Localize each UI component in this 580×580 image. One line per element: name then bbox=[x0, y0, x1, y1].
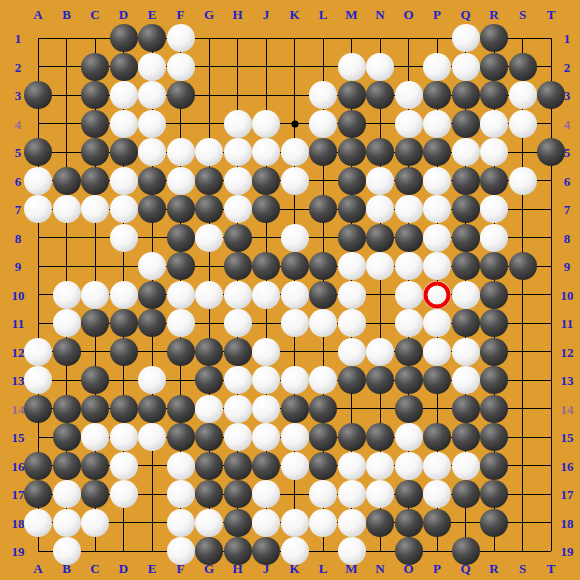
intersection-F13[interactable] bbox=[166, 366, 195, 395]
intersection-Q9[interactable] bbox=[451, 252, 480, 281]
intersection-F6[interactable] bbox=[166, 166, 195, 195]
intersection-J2[interactable] bbox=[252, 52, 281, 81]
intersection-P1[interactable] bbox=[423, 24, 452, 53]
intersection-F9[interactable] bbox=[166, 252, 195, 281]
intersection-L13[interactable] bbox=[309, 366, 338, 395]
intersection-R16[interactable] bbox=[480, 451, 509, 480]
intersection-M1[interactable] bbox=[337, 24, 366, 53]
intersection-Q6[interactable] bbox=[451, 166, 480, 195]
intersection-C8[interactable] bbox=[81, 223, 110, 252]
intersection-J9[interactable] bbox=[252, 252, 281, 281]
intersection-G11[interactable] bbox=[195, 309, 224, 338]
intersection-Q15[interactable] bbox=[451, 423, 480, 452]
intersection-H2[interactable] bbox=[223, 52, 252, 81]
intersection-T19[interactable] bbox=[537, 537, 566, 566]
intersection-A17[interactable] bbox=[24, 480, 53, 509]
intersection-N8[interactable] bbox=[366, 223, 395, 252]
intersection-M15[interactable] bbox=[337, 423, 366, 452]
intersection-L2[interactable] bbox=[309, 52, 338, 81]
intersection-L7[interactable] bbox=[309, 195, 338, 224]
intersection-T9[interactable] bbox=[537, 252, 566, 281]
intersection-K5[interactable] bbox=[280, 138, 309, 167]
intersection-O19[interactable] bbox=[394, 537, 423, 566]
intersection-Q8[interactable] bbox=[451, 223, 480, 252]
intersection-A6[interactable] bbox=[24, 166, 53, 195]
intersection-R3[interactable] bbox=[480, 81, 509, 110]
intersection-K4[interactable] bbox=[280, 109, 309, 138]
intersection-G19[interactable] bbox=[195, 537, 224, 566]
intersection-P7[interactable] bbox=[423, 195, 452, 224]
intersection-K10[interactable] bbox=[280, 280, 309, 309]
intersection-B5[interactable] bbox=[52, 138, 81, 167]
intersection-H3[interactable] bbox=[223, 81, 252, 110]
intersection-F14[interactable] bbox=[166, 394, 195, 423]
intersection-E7[interactable] bbox=[138, 195, 167, 224]
intersection-L4[interactable] bbox=[309, 109, 338, 138]
intersection-E4[interactable] bbox=[138, 109, 167, 138]
intersection-F2[interactable] bbox=[166, 52, 195, 81]
intersection-O17[interactable] bbox=[394, 480, 423, 509]
intersection-T17[interactable] bbox=[537, 480, 566, 509]
intersection-G10[interactable] bbox=[195, 280, 224, 309]
intersection-O6[interactable] bbox=[394, 166, 423, 195]
intersection-T18[interactable] bbox=[537, 508, 566, 537]
intersection-S15[interactable] bbox=[508, 423, 537, 452]
intersection-K2[interactable] bbox=[280, 52, 309, 81]
intersection-M19[interactable] bbox=[337, 537, 366, 566]
intersection-G4[interactable] bbox=[195, 109, 224, 138]
intersection-B11[interactable] bbox=[52, 309, 81, 338]
intersection-H8[interactable] bbox=[223, 223, 252, 252]
intersection-F11[interactable] bbox=[166, 309, 195, 338]
intersection-Q14[interactable] bbox=[451, 394, 480, 423]
intersection-O18[interactable] bbox=[394, 508, 423, 537]
intersection-M6[interactable] bbox=[337, 166, 366, 195]
intersection-A16[interactable] bbox=[24, 451, 53, 480]
intersection-S14[interactable] bbox=[508, 394, 537, 423]
intersection-B17[interactable] bbox=[52, 480, 81, 509]
intersection-N5[interactable] bbox=[366, 138, 395, 167]
intersection-S19[interactable] bbox=[508, 537, 537, 566]
intersection-R18[interactable] bbox=[480, 508, 509, 537]
intersection-B15[interactable] bbox=[52, 423, 81, 452]
intersection-P10[interactable] bbox=[423, 280, 452, 309]
intersection-J10[interactable] bbox=[252, 280, 281, 309]
intersection-A7[interactable] bbox=[24, 195, 53, 224]
intersection-L11[interactable] bbox=[309, 309, 338, 338]
intersection-M7[interactable] bbox=[337, 195, 366, 224]
intersection-F19[interactable] bbox=[166, 537, 195, 566]
intersection-N11[interactable] bbox=[366, 309, 395, 338]
intersection-S9[interactable] bbox=[508, 252, 537, 281]
intersection-S16[interactable] bbox=[508, 451, 537, 480]
intersection-D11[interactable] bbox=[109, 309, 138, 338]
intersection-H19[interactable] bbox=[223, 537, 252, 566]
intersection-C13[interactable] bbox=[81, 366, 110, 395]
intersection-B18[interactable] bbox=[52, 508, 81, 537]
intersection-J15[interactable] bbox=[252, 423, 281, 452]
intersection-C4[interactable] bbox=[81, 109, 110, 138]
intersection-T5[interactable] bbox=[537, 138, 566, 167]
intersection-T2[interactable] bbox=[537, 52, 566, 81]
intersection-S12[interactable] bbox=[508, 337, 537, 366]
intersection-G2[interactable] bbox=[195, 52, 224, 81]
intersection-N12[interactable] bbox=[366, 337, 395, 366]
intersection-E18[interactable] bbox=[138, 508, 167, 537]
intersection-E2[interactable] bbox=[138, 52, 167, 81]
intersection-J19[interactable] bbox=[252, 537, 281, 566]
intersection-D5[interactable] bbox=[109, 138, 138, 167]
intersection-C15[interactable] bbox=[81, 423, 110, 452]
intersection-D18[interactable] bbox=[109, 508, 138, 537]
intersection-K11[interactable] bbox=[280, 309, 309, 338]
intersection-H1[interactable] bbox=[223, 24, 252, 53]
intersection-A19[interactable] bbox=[24, 537, 53, 566]
intersection-K13[interactable] bbox=[280, 366, 309, 395]
intersection-N2[interactable] bbox=[366, 52, 395, 81]
intersection-H14[interactable] bbox=[223, 394, 252, 423]
intersection-M4[interactable] bbox=[337, 109, 366, 138]
intersection-F17[interactable] bbox=[166, 480, 195, 509]
intersection-M2[interactable] bbox=[337, 52, 366, 81]
intersection-S6[interactable] bbox=[508, 166, 537, 195]
intersection-D17[interactable] bbox=[109, 480, 138, 509]
intersection-F4[interactable] bbox=[166, 109, 195, 138]
intersection-R17[interactable] bbox=[480, 480, 509, 509]
intersection-R1[interactable] bbox=[480, 24, 509, 53]
intersection-Q16[interactable] bbox=[451, 451, 480, 480]
intersection-O16[interactable] bbox=[394, 451, 423, 480]
intersection-R13[interactable] bbox=[480, 366, 509, 395]
intersection-L6[interactable] bbox=[309, 166, 338, 195]
intersection-R11[interactable] bbox=[480, 309, 509, 338]
intersection-T16[interactable] bbox=[537, 451, 566, 480]
intersection-B1[interactable] bbox=[52, 24, 81, 53]
intersection-R2[interactable] bbox=[480, 52, 509, 81]
intersection-K15[interactable] bbox=[280, 423, 309, 452]
intersection-F16[interactable] bbox=[166, 451, 195, 480]
intersection-B10[interactable] bbox=[52, 280, 81, 309]
intersection-B4[interactable] bbox=[52, 109, 81, 138]
intersection-T6[interactable] bbox=[537, 166, 566, 195]
intersection-A3[interactable] bbox=[24, 81, 53, 110]
intersection-L5[interactable] bbox=[309, 138, 338, 167]
intersection-O9[interactable] bbox=[394, 252, 423, 281]
intersection-C9[interactable] bbox=[81, 252, 110, 281]
intersection-F7[interactable] bbox=[166, 195, 195, 224]
intersection-C7[interactable] bbox=[81, 195, 110, 224]
intersection-D19[interactable] bbox=[109, 537, 138, 566]
intersection-D16[interactable] bbox=[109, 451, 138, 480]
intersection-P11[interactable] bbox=[423, 309, 452, 338]
intersection-Q11[interactable] bbox=[451, 309, 480, 338]
intersection-O14[interactable] bbox=[394, 394, 423, 423]
intersection-P9[interactable] bbox=[423, 252, 452, 281]
intersection-F12[interactable] bbox=[166, 337, 195, 366]
intersection-C3[interactable] bbox=[81, 81, 110, 110]
intersection-Q4[interactable] bbox=[451, 109, 480, 138]
intersection-S17[interactable] bbox=[508, 480, 537, 509]
intersection-P5[interactable] bbox=[423, 138, 452, 167]
intersection-T10[interactable] bbox=[537, 280, 566, 309]
intersection-R4[interactable] bbox=[480, 109, 509, 138]
intersection-T7[interactable] bbox=[537, 195, 566, 224]
intersection-E10[interactable] bbox=[138, 280, 167, 309]
intersection-J6[interactable] bbox=[252, 166, 281, 195]
intersection-Q19[interactable] bbox=[451, 537, 480, 566]
intersection-Q5[interactable] bbox=[451, 138, 480, 167]
intersection-F5[interactable] bbox=[166, 138, 195, 167]
intersection-R7[interactable] bbox=[480, 195, 509, 224]
intersection-B13[interactable] bbox=[52, 366, 81, 395]
intersection-P19[interactable] bbox=[423, 537, 452, 566]
intersection-C5[interactable] bbox=[81, 138, 110, 167]
intersection-A11[interactable] bbox=[24, 309, 53, 338]
intersection-B16[interactable] bbox=[52, 451, 81, 480]
intersection-D13[interactable] bbox=[109, 366, 138, 395]
intersection-H17[interactable] bbox=[223, 480, 252, 509]
intersection-M12[interactable] bbox=[337, 337, 366, 366]
intersection-H13[interactable] bbox=[223, 366, 252, 395]
intersection-R12[interactable] bbox=[480, 337, 509, 366]
intersection-M9[interactable] bbox=[337, 252, 366, 281]
intersection-N18[interactable] bbox=[366, 508, 395, 537]
intersection-P12[interactable] bbox=[423, 337, 452, 366]
intersection-C19[interactable] bbox=[81, 537, 110, 566]
intersection-K19[interactable] bbox=[280, 537, 309, 566]
intersection-S13[interactable] bbox=[508, 366, 537, 395]
intersection-F1[interactable] bbox=[166, 24, 195, 53]
intersection-G17[interactable] bbox=[195, 480, 224, 509]
intersection-A8[interactable] bbox=[24, 223, 53, 252]
intersection-J18[interactable] bbox=[252, 508, 281, 537]
intersection-F8[interactable] bbox=[166, 223, 195, 252]
intersection-L19[interactable] bbox=[309, 537, 338, 566]
intersection-C18[interactable] bbox=[81, 508, 110, 537]
intersection-A5[interactable] bbox=[24, 138, 53, 167]
intersection-S8[interactable] bbox=[508, 223, 537, 252]
intersection-N16[interactable] bbox=[366, 451, 395, 480]
intersection-K6[interactable] bbox=[280, 166, 309, 195]
intersection-P6[interactable] bbox=[423, 166, 452, 195]
intersection-L8[interactable] bbox=[309, 223, 338, 252]
intersection-T14[interactable] bbox=[537, 394, 566, 423]
intersection-B2[interactable] bbox=[52, 52, 81, 81]
intersection-D14[interactable] bbox=[109, 394, 138, 423]
intersection-O2[interactable] bbox=[394, 52, 423, 81]
intersection-A18[interactable] bbox=[24, 508, 53, 537]
intersection-P8[interactable] bbox=[423, 223, 452, 252]
intersection-H5[interactable] bbox=[223, 138, 252, 167]
intersection-P2[interactable] bbox=[423, 52, 452, 81]
intersection-M10[interactable] bbox=[337, 280, 366, 309]
intersection-T15[interactable] bbox=[537, 423, 566, 452]
intersection-S3[interactable] bbox=[508, 81, 537, 110]
intersection-B6[interactable] bbox=[52, 166, 81, 195]
intersection-D8[interactable] bbox=[109, 223, 138, 252]
intersection-B12[interactable] bbox=[52, 337, 81, 366]
intersection-B3[interactable] bbox=[52, 81, 81, 110]
intersection-H11[interactable] bbox=[223, 309, 252, 338]
intersection-O8[interactable] bbox=[394, 223, 423, 252]
intersection-O3[interactable] bbox=[394, 81, 423, 110]
intersection-D7[interactable] bbox=[109, 195, 138, 224]
intersection-S11[interactable] bbox=[508, 309, 537, 338]
intersection-A9[interactable] bbox=[24, 252, 53, 281]
intersection-S7[interactable] bbox=[508, 195, 537, 224]
intersection-E12[interactable] bbox=[138, 337, 167, 366]
intersection-Q12[interactable] bbox=[451, 337, 480, 366]
intersection-J12[interactable] bbox=[252, 337, 281, 366]
intersection-D15[interactable] bbox=[109, 423, 138, 452]
intersection-L1[interactable] bbox=[309, 24, 338, 53]
intersection-K8[interactable] bbox=[280, 223, 309, 252]
intersection-A12[interactable] bbox=[24, 337, 53, 366]
intersection-C16[interactable] bbox=[81, 451, 110, 480]
intersection-N1[interactable] bbox=[366, 24, 395, 53]
intersection-J7[interactable] bbox=[252, 195, 281, 224]
intersection-H15[interactable] bbox=[223, 423, 252, 452]
intersection-H9[interactable] bbox=[223, 252, 252, 281]
intersection-P17[interactable] bbox=[423, 480, 452, 509]
intersection-T11[interactable] bbox=[537, 309, 566, 338]
intersection-J17[interactable] bbox=[252, 480, 281, 509]
intersection-H18[interactable] bbox=[223, 508, 252, 537]
intersection-T13[interactable] bbox=[537, 366, 566, 395]
intersection-S5[interactable] bbox=[508, 138, 537, 167]
intersection-C12[interactable] bbox=[81, 337, 110, 366]
intersection-M8[interactable] bbox=[337, 223, 366, 252]
intersection-D12[interactable] bbox=[109, 337, 138, 366]
intersection-K9[interactable] bbox=[280, 252, 309, 281]
intersection-A2[interactable] bbox=[24, 52, 53, 81]
intersection-E3[interactable] bbox=[138, 81, 167, 110]
intersection-O1[interactable] bbox=[394, 24, 423, 53]
intersection-A1[interactable] bbox=[24, 24, 53, 53]
intersection-M17[interactable] bbox=[337, 480, 366, 509]
intersection-Q17[interactable] bbox=[451, 480, 480, 509]
intersection-K3[interactable] bbox=[280, 81, 309, 110]
intersection-Q18[interactable] bbox=[451, 508, 480, 537]
intersection-R19[interactable] bbox=[480, 537, 509, 566]
intersection-J3[interactable] bbox=[252, 81, 281, 110]
intersection-H16[interactable] bbox=[223, 451, 252, 480]
intersection-P13[interactable] bbox=[423, 366, 452, 395]
intersection-F3[interactable] bbox=[166, 81, 195, 110]
intersection-L16[interactable] bbox=[309, 451, 338, 480]
intersection-J8[interactable] bbox=[252, 223, 281, 252]
intersection-E14[interactable] bbox=[138, 394, 167, 423]
intersection-J13[interactable] bbox=[252, 366, 281, 395]
intersection-G16[interactable] bbox=[195, 451, 224, 480]
intersection-R9[interactable] bbox=[480, 252, 509, 281]
intersection-E5[interactable] bbox=[138, 138, 167, 167]
intersection-A13[interactable] bbox=[24, 366, 53, 395]
intersection-E8[interactable] bbox=[138, 223, 167, 252]
intersection-D3[interactable] bbox=[109, 81, 138, 110]
intersection-R10[interactable] bbox=[480, 280, 509, 309]
intersection-L15[interactable] bbox=[309, 423, 338, 452]
intersection-D4[interactable] bbox=[109, 109, 138, 138]
intersection-B19[interactable] bbox=[52, 537, 81, 566]
intersection-G13[interactable] bbox=[195, 366, 224, 395]
intersection-H6[interactable] bbox=[223, 166, 252, 195]
intersection-D10[interactable] bbox=[109, 280, 138, 309]
intersection-C6[interactable] bbox=[81, 166, 110, 195]
intersection-J11[interactable] bbox=[252, 309, 281, 338]
intersection-D1[interactable] bbox=[109, 24, 138, 53]
intersection-N10[interactable] bbox=[366, 280, 395, 309]
intersection-G5[interactable] bbox=[195, 138, 224, 167]
intersection-E15[interactable] bbox=[138, 423, 167, 452]
intersection-C2[interactable] bbox=[81, 52, 110, 81]
intersection-O15[interactable] bbox=[394, 423, 423, 452]
intersection-D2[interactable] bbox=[109, 52, 138, 81]
intersection-A4[interactable] bbox=[24, 109, 53, 138]
intersection-S1[interactable] bbox=[508, 24, 537, 53]
intersection-N7[interactable] bbox=[366, 195, 395, 224]
intersection-A15[interactable] bbox=[24, 423, 53, 452]
intersection-T4[interactable] bbox=[537, 109, 566, 138]
intersection-B9[interactable] bbox=[52, 252, 81, 281]
intersection-K7[interactable] bbox=[280, 195, 309, 224]
intersection-Q3[interactable] bbox=[451, 81, 480, 110]
intersection-K16[interactable] bbox=[280, 451, 309, 480]
intersection-E9[interactable] bbox=[138, 252, 167, 281]
intersection-G1[interactable] bbox=[195, 24, 224, 53]
intersection-T12[interactable] bbox=[537, 337, 566, 366]
intersection-O5[interactable] bbox=[394, 138, 423, 167]
intersection-A14[interactable] bbox=[24, 394, 53, 423]
intersection-P3[interactable] bbox=[423, 81, 452, 110]
intersection-J16[interactable] bbox=[252, 451, 281, 480]
intersection-L12[interactable] bbox=[309, 337, 338, 366]
intersection-Q2[interactable] bbox=[451, 52, 480, 81]
intersection-O4[interactable] bbox=[394, 109, 423, 138]
intersection-N15[interactable] bbox=[366, 423, 395, 452]
intersection-A10[interactable] bbox=[24, 280, 53, 309]
intersection-E17[interactable] bbox=[138, 480, 167, 509]
intersection-N4[interactable] bbox=[366, 109, 395, 138]
intersection-H12[interactable] bbox=[223, 337, 252, 366]
intersection-S10[interactable] bbox=[508, 280, 537, 309]
intersection-G8[interactable] bbox=[195, 223, 224, 252]
intersection-P14[interactable] bbox=[423, 394, 452, 423]
intersection-E13[interactable] bbox=[138, 366, 167, 395]
intersection-D9[interactable] bbox=[109, 252, 138, 281]
intersection-G12[interactable] bbox=[195, 337, 224, 366]
intersection-M16[interactable] bbox=[337, 451, 366, 480]
intersection-K18[interactable] bbox=[280, 508, 309, 537]
intersection-C1[interactable] bbox=[81, 24, 110, 53]
intersection-N19[interactable] bbox=[366, 537, 395, 566]
intersection-Q7[interactable] bbox=[451, 195, 480, 224]
intersection-Q10[interactable] bbox=[451, 280, 480, 309]
intersection-O10[interactable] bbox=[394, 280, 423, 309]
intersection-C17[interactable] bbox=[81, 480, 110, 509]
intersection-M14[interactable] bbox=[337, 394, 366, 423]
intersection-B8[interactable] bbox=[52, 223, 81, 252]
intersection-M18[interactable] bbox=[337, 508, 366, 537]
intersection-N3[interactable] bbox=[366, 81, 395, 110]
intersection-M11[interactable] bbox=[337, 309, 366, 338]
intersection-H7[interactable] bbox=[223, 195, 252, 224]
intersection-E19[interactable] bbox=[138, 537, 167, 566]
intersection-R15[interactable] bbox=[480, 423, 509, 452]
intersection-R8[interactable] bbox=[480, 223, 509, 252]
intersection-P18[interactable] bbox=[423, 508, 452, 537]
intersection-D6[interactable] bbox=[109, 166, 138, 195]
